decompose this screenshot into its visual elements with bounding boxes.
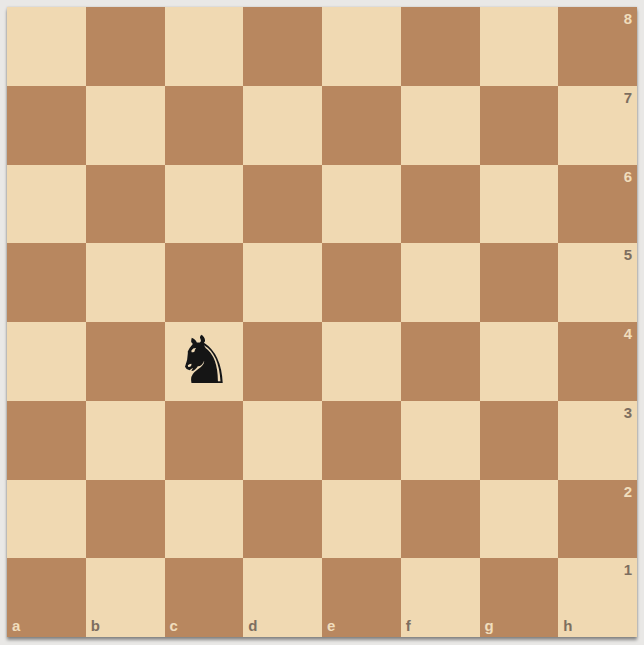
- square-b4[interactable]: [86, 322, 165, 401]
- file-label-d: d: [248, 618, 257, 633]
- square-a1[interactable]: a: [7, 558, 86, 637]
- square-c3[interactable]: [165, 401, 244, 480]
- square-b7[interactable]: [86, 86, 165, 165]
- square-g6[interactable]: [480, 165, 559, 244]
- square-f3[interactable]: [401, 401, 480, 480]
- chess-board: 8765♞432abcdefgh1: [7, 7, 637, 637]
- file-label-a: a: [12, 618, 20, 633]
- rank-label-6: 6: [624, 169, 632, 184]
- square-g8[interactable]: [480, 7, 559, 86]
- square-a3[interactable]: [7, 401, 86, 480]
- square-h4[interactable]: 4: [558, 322, 637, 401]
- square-d5[interactable]: [243, 243, 322, 322]
- square-c6[interactable]: [165, 165, 244, 244]
- square-d1[interactable]: d: [243, 558, 322, 637]
- square-e5[interactable]: [322, 243, 401, 322]
- square-e1[interactable]: e: [322, 558, 401, 637]
- file-label-h: h: [563, 618, 572, 633]
- square-d7[interactable]: [243, 86, 322, 165]
- square-c7[interactable]: [165, 86, 244, 165]
- square-d2[interactable]: [243, 480, 322, 559]
- square-f2[interactable]: [401, 480, 480, 559]
- square-f7[interactable]: [401, 86, 480, 165]
- square-h2[interactable]: 2: [558, 480, 637, 559]
- square-e8[interactable]: [322, 7, 401, 86]
- rank-label-1: 1: [624, 562, 632, 577]
- file-label-e: e: [327, 618, 335, 633]
- square-e2[interactable]: [322, 480, 401, 559]
- square-c5[interactable]: [165, 243, 244, 322]
- square-b2[interactable]: [86, 480, 165, 559]
- square-e7[interactable]: [322, 86, 401, 165]
- square-g2[interactable]: [480, 480, 559, 559]
- square-h3[interactable]: 3: [558, 401, 637, 480]
- rank-label-2: 2: [624, 484, 632, 499]
- square-f1[interactable]: f: [401, 558, 480, 637]
- square-b1[interactable]: b: [86, 558, 165, 637]
- square-c4[interactable]: ♞: [165, 322, 244, 401]
- square-g4[interactable]: [480, 322, 559, 401]
- square-f5[interactable]: [401, 243, 480, 322]
- black-knight[interactable]: ♞: [165, 322, 244, 401]
- square-a4[interactable]: [7, 322, 86, 401]
- square-h8[interactable]: 8: [558, 7, 637, 86]
- rank-label-5: 5: [624, 247, 632, 262]
- square-b5[interactable]: [86, 243, 165, 322]
- square-h1[interactable]: h1: [558, 558, 637, 637]
- rank-label-7: 7: [624, 90, 632, 105]
- square-f6[interactable]: [401, 165, 480, 244]
- square-e3[interactable]: [322, 401, 401, 480]
- square-d8[interactable]: [243, 7, 322, 86]
- square-f4[interactable]: [401, 322, 480, 401]
- square-g3[interactable]: [480, 401, 559, 480]
- rank-label-4: 4: [624, 326, 632, 341]
- square-g7[interactable]: [480, 86, 559, 165]
- square-b3[interactable]: [86, 401, 165, 480]
- square-a2[interactable]: [7, 480, 86, 559]
- square-d4[interactable]: [243, 322, 322, 401]
- square-a7[interactable]: [7, 86, 86, 165]
- file-label-b: b: [91, 618, 100, 633]
- square-c8[interactable]: [165, 7, 244, 86]
- square-c1[interactable]: c: [165, 558, 244, 637]
- square-a6[interactable]: [7, 165, 86, 244]
- file-label-g: g: [485, 618, 494, 633]
- rank-label-8: 8: [624, 11, 632, 26]
- square-h6[interactable]: 6: [558, 165, 637, 244]
- square-d3[interactable]: [243, 401, 322, 480]
- square-a8[interactable]: [7, 7, 86, 86]
- square-b8[interactable]: [86, 7, 165, 86]
- square-f8[interactable]: [401, 7, 480, 86]
- square-e4[interactable]: [322, 322, 401, 401]
- square-b6[interactable]: [86, 165, 165, 244]
- file-label-c: c: [170, 618, 178, 633]
- square-d6[interactable]: [243, 165, 322, 244]
- file-label-f: f: [406, 618, 411, 633]
- square-g1[interactable]: g: [480, 558, 559, 637]
- square-a5[interactable]: [7, 243, 86, 322]
- rank-label-3: 3: [624, 405, 632, 420]
- square-h7[interactable]: 7: [558, 86, 637, 165]
- square-g5[interactable]: [480, 243, 559, 322]
- square-c2[interactable]: [165, 480, 244, 559]
- square-h5[interactable]: 5: [558, 243, 637, 322]
- square-e6[interactable]: [322, 165, 401, 244]
